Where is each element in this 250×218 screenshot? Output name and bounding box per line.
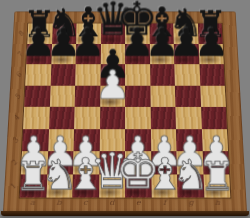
square-h5[interactable]	[200, 85, 226, 106]
black-pawn-h7[interactable]: ♟	[194, 24, 229, 63]
board-side-edge	[1, 211, 249, 216]
file-labels: abcdefgh	[19, 198, 231, 210]
file-label-h: h	[204, 198, 231, 210]
square-h4[interactable]	[201, 107, 227, 129]
file-label-f: f	[151, 198, 178, 210]
square-f6[interactable]	[150, 64, 175, 85]
square-g6[interactable]	[174, 64, 199, 85]
chess-board: ♜♞♝♛♚♝♞♜♟♟♟♟♟♟♟♟♟♟♟♟♟♟♟♟♜♞♝♛♚♝♞♜	[20, 24, 231, 198]
square-c4[interactable]	[74, 107, 100, 129]
chess-board-frame: 87654321 abcdefgh ♜♞♝♛♚♝♞♜♟♟♟♟♟♟♟♟♟♟♟♟♟♟…	[3, 12, 247, 212]
square-g5[interactable]	[175, 85, 201, 106]
file-label-e: e	[125, 198, 151, 210]
chess-app-canvas: 87654321 abcdefgh ♜♞♝♛♚♝♞♜♟♟♟♟♟♟♟♟♟♟♟♟♟♟…	[0, 0, 250, 218]
square-b6[interactable]	[50, 64, 75, 85]
white-pawn-d5[interactable]: ♟	[95, 65, 131, 105]
file-label-a: a	[19, 198, 46, 210]
square-d4[interactable]	[100, 107, 125, 129]
white-rook-h1[interactable]: ♜	[199, 156, 235, 196]
file-label-c: c	[72, 198, 99, 210]
square-f5[interactable]	[150, 85, 175, 106]
square-h1[interactable]: ♜	[203, 174, 230, 197]
square-h6[interactable]	[199, 64, 225, 85]
square-h7[interactable]: ♟	[198, 44, 223, 65]
square-d5[interactable]: ♟	[100, 85, 125, 106]
file-label-d: d	[99, 198, 125, 210]
square-e4[interactable]	[125, 107, 150, 129]
square-f4[interactable]	[150, 107, 176, 129]
square-g4[interactable]	[175, 107, 201, 129]
file-label-b: b	[46, 198, 73, 210]
square-b5[interactable]	[49, 85, 75, 106]
file-label-g: g	[178, 198, 205, 210]
square-b4[interactable]	[49, 107, 75, 129]
